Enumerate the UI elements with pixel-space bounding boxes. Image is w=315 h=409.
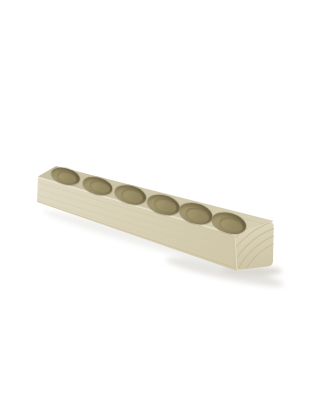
pit-1[interactable]: [49, 164, 81, 187]
pit-2[interactable]: [81, 173, 115, 198]
photo-canvas: [0, 0, 315, 409]
pit-3[interactable]: [113, 181, 149, 207]
